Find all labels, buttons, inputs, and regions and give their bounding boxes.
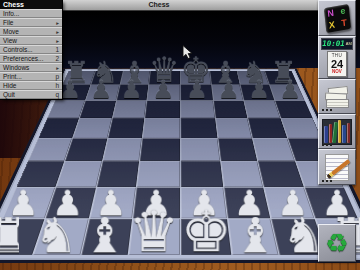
dock-tile-librarian[interactable] — [318, 114, 356, 149]
piece-black-pawn-c7[interactable]: ♟ — [120, 77, 142, 102]
menu-item-windows[interactable]: Windows▸ — [0, 63, 62, 72]
book-spine — [332, 121, 338, 142]
menu-item-label: View — [3, 37, 17, 44]
square-g6[interactable] — [244, 101, 280, 118]
menu-item-hide[interactable]: Hideh — [0, 81, 62, 90]
square-b1[interactable]: ♞ — [34, 219, 89, 255]
dock-tile-recycler[interactable]: ♻ — [318, 224, 356, 262]
menu-shortcut: h — [55, 82, 59, 89]
submenu-arrow-icon: ▸ — [56, 38, 59, 44]
square-c4[interactable] — [103, 138, 142, 160]
submenu-arrow-icon: ▸ — [56, 65, 59, 71]
menu-shortcut: q — [55, 91, 59, 98]
piece-white-king-e1[interactable]: ♚ — [181, 204, 232, 261]
menu-item-info[interactable]: Info... — [0, 9, 62, 18]
next-letter: e — [340, 6, 346, 16]
square-b5[interactable] — [73, 118, 112, 138]
pencil-icon — [327, 159, 351, 179]
square-e4[interactable] — [180, 138, 220, 160]
square-b7[interactable]: ♟ — [86, 85, 120, 100]
app-not-running-dots — [322, 144, 334, 146]
menu-item-label: File — [3, 19, 13, 26]
menu-item-print[interactable]: Print...p — [0, 72, 62, 81]
window-title: Chess — [148, 1, 169, 8]
menu-title[interactable]: Chess — [0, 0, 62, 9]
clock-meridiem: AM — [346, 42, 352, 46]
next-letter: X — [328, 20, 335, 30]
app-menu: Chess Info...File▸Move▸View▸Controls...1… — [0, 0, 63, 100]
menu-item-label: Windows — [3, 64, 29, 71]
piece-white-bishop-c1[interactable]: ♝ — [83, 211, 126, 259]
square-c7[interactable]: ♟ — [117, 85, 149, 100]
square-d1[interactable]: ♛ — [129, 219, 180, 255]
app-not-running-dots — [322, 109, 334, 111]
menu-shortcut: 2 — [55, 55, 59, 62]
menu-item-label: Controls... — [3, 46, 33, 53]
clock-time: 10:01 — [322, 40, 345, 48]
menu-item-label: Preferences... — [3, 55, 43, 62]
book-spine — [342, 125, 346, 143]
square-f5[interactable] — [216, 118, 252, 138]
square-e1[interactable]: ♚ — [180, 219, 231, 255]
menu-item-file[interactable]: File▸ — [0, 18, 62, 27]
square-d4[interactable] — [140, 138, 180, 160]
calendar-month: NOV — [332, 70, 342, 75]
menu-item-label: Print... — [3, 73, 22, 80]
clock-icon: 10:01 AM — [321, 38, 353, 50]
menu-item-label: Quit — [3, 91, 15, 98]
menu-item-label: Hide — [3, 82, 16, 89]
square-e5[interactable] — [180, 118, 217, 138]
menu-item-move[interactable]: Move▸ — [0, 27, 62, 36]
square-d6[interactable] — [145, 101, 179, 118]
recycle-icon: ♻ — [325, 230, 348, 256]
piece-black-pawn-f7[interactable]: ♟ — [217, 77, 239, 102]
piece-white-queen-d1[interactable]: ♛ — [129, 204, 180, 261]
menu-item-quit[interactable]: Quitq — [0, 90, 62, 99]
square-g4[interactable] — [253, 138, 295, 160]
menu-item-label: Move — [3, 28, 19, 35]
square-c1[interactable]: ♝ — [81, 219, 132, 255]
book-spine — [347, 123, 351, 143]
app-not-running-dots — [322, 180, 334, 182]
mail-icon — [324, 86, 350, 108]
calendar-day: 24 — [331, 59, 343, 70]
square-f6[interactable] — [213, 101, 247, 118]
menu-items: Info...File▸Move▸View▸Controls...1Prefer… — [0, 9, 62, 99]
submenu-arrow-icon: ▸ — [56, 20, 59, 26]
next-letter: T — [341, 18, 347, 28]
square-f1[interactable]: ♝ — [228, 219, 279, 255]
square-d5[interactable] — [143, 118, 180, 138]
dock-tile-next-logo[interactable]: NeXT — [318, 0, 356, 36]
square-b4[interactable] — [66, 138, 108, 160]
square-a6[interactable] — [47, 101, 85, 118]
square-g7[interactable]: ♟ — [240, 85, 274, 100]
square-e6[interactable] — [180, 101, 214, 118]
square-f7[interactable]: ♟ — [212, 85, 244, 100]
piece-black-pawn-h7[interactable]: ♟ — [279, 77, 301, 102]
calendar-icon: THU 24 NOV — [327, 51, 347, 77]
menu-shortcut: 1 — [55, 46, 59, 53]
book-spine — [338, 120, 342, 143]
dock-tile-clock-calendar[interactable]: 10:01 AM THU 24 NOV — [318, 36, 356, 79]
edit-document-icon — [325, 154, 349, 181]
square-b6[interactable] — [80, 101, 116, 118]
next-cube-icon: NeXT — [323, 3, 350, 32]
square-c5[interactable] — [108, 118, 144, 138]
mouse-cursor-icon — [182, 45, 193, 60]
square-f4[interactable] — [218, 138, 257, 160]
piece-black-pawn-e7[interactable]: ♟ — [186, 77, 208, 102]
desktop: ♜♞♝♛♚♝♞♜♟♟♟♟♟♟♟♟♟♟♟♟♟♟♟♟♜♞♝♛♚♝♞♜ Chess C… — [0, 0, 360, 270]
square-h7[interactable]: ♟ — [269, 85, 304, 100]
dock-tile-edit[interactable] — [318, 149, 356, 185]
submenu-arrow-icon: ▸ — [56, 29, 59, 35]
next-letter: N — [327, 8, 334, 18]
menu-item-controls[interactable]: Controls...1 — [0, 45, 62, 54]
piece-black-pawn-g7[interactable]: ♟ — [248, 77, 270, 102]
piece-black-pawn-b7[interactable]: ♟ — [90, 77, 112, 102]
piece-white-knight-b1[interactable]: ♞ — [35, 211, 78, 259]
square-h6[interactable] — [275, 101, 313, 118]
menu-item-view[interactable]: View▸ — [0, 36, 62, 45]
dock-tile-mail[interactable] — [318, 79, 356, 114]
piece-white-bishop-f1[interactable]: ♝ — [234, 211, 277, 259]
menu-item-label: Info... — [3, 10, 19, 17]
librarian-books-icon — [322, 119, 352, 145]
menu-shortcut: p — [55, 73, 59, 80]
square-d7[interactable]: ♟ — [147, 85, 179, 100]
menu-item-preferences[interactable]: Preferences...2 — [0, 54, 62, 63]
piece-black-pawn-d7[interactable]: ♟ — [152, 77, 174, 102]
square-h5[interactable] — [281, 118, 322, 138]
book-spine — [324, 126, 328, 143]
piece-white-rook-a1[interactable]: ♜ — [0, 211, 30, 259]
square-e7[interactable]: ♟ — [180, 85, 212, 100]
square-c6[interactable] — [113, 101, 147, 118]
